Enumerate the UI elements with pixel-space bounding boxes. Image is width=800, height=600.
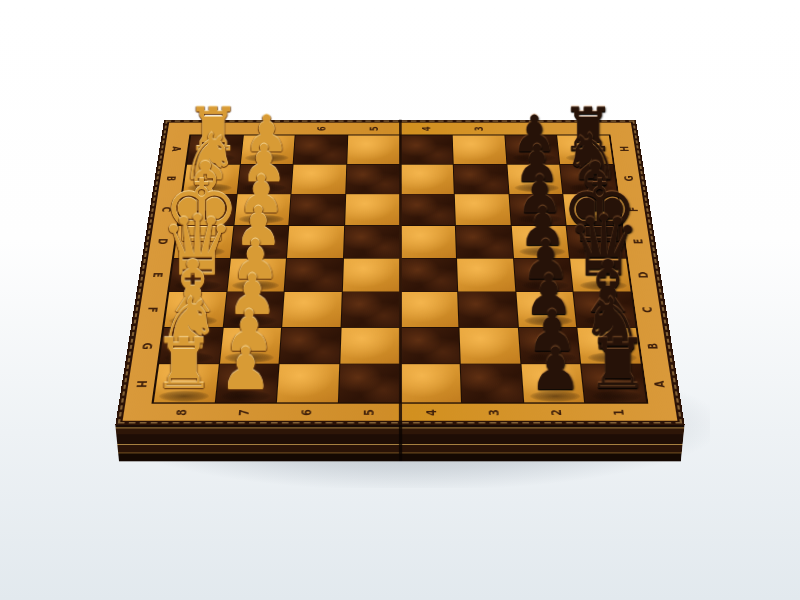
piece-contact-shadow: [514, 184, 559, 193]
square-e3[interactable]: [456, 226, 513, 258]
rank-label: 5: [360, 409, 377, 415]
rank-label: 1: [576, 126, 590, 130]
file-label: A: [650, 381, 667, 388]
rank-label: 5: [367, 126, 381, 130]
square-e4[interactable]: [400, 226, 456, 258]
piece-contact-shadow: [565, 154, 609, 162]
square-h6[interactable]: [294, 135, 347, 163]
rank-label: 7: [262, 126, 276, 130]
rank-label: 3: [485, 409, 502, 415]
file-label: G: [621, 176, 636, 182]
piece-contact-shadow: [516, 215, 562, 224]
rank-label: 4: [423, 409, 440, 415]
rank-label: 7: [235, 409, 252, 415]
square-h3[interactable]: [453, 135, 506, 163]
piece-contact-shadow: [512, 154, 556, 162]
rank-label: 2: [524, 126, 538, 130]
square-g3[interactable]: [454, 164, 508, 194]
rank-label: 8: [173, 409, 190, 415]
square-f4[interactable]: [400, 194, 455, 225]
square-f5[interactable]: [345, 194, 400, 225]
white-pawn-a7[interactable]: ♟: [219, 340, 272, 399]
square-h4[interactable]: [400, 135, 452, 163]
rank-label: 2: [548, 409, 565, 415]
board-side-edge: [115, 425, 684, 462]
square-f3[interactable]: [455, 194, 511, 225]
square-e5[interactable]: [344, 226, 400, 258]
square-g4[interactable]: [400, 164, 453, 194]
square-e6[interactable]: [287, 226, 344, 258]
white-rook-a8[interactable]: ♜: [152, 329, 214, 399]
black-rook-a1[interactable]: ♜: [586, 329, 648, 399]
rank-label: 3: [472, 126, 486, 130]
black-pawn-a2[interactable]: ♟: [529, 340, 582, 399]
square-f6[interactable]: [290, 194, 346, 225]
square-g6[interactable]: [292, 164, 346, 194]
piece-contact-shadow: [568, 184, 613, 193]
rank-label: 6: [298, 409, 315, 415]
rank-label: 4: [419, 126, 433, 130]
file-label: H: [616, 146, 631, 152]
file-label: B: [164, 176, 179, 181]
square-g5[interactable]: [346, 164, 399, 194]
file-label: A: [169, 146, 184, 151]
rank-label: 6: [314, 126, 328, 130]
board-plane: 87654321 87654321 ABCDEFGH HGFEDCBA ♜♟♟♜…: [115, 120, 684, 425]
square-h5[interactable]: [347, 135, 399, 163]
rank-label: 8: [209, 126, 223, 130]
board-scene: 87654321 87654321 ABCDEFGH HGFEDCBA ♜♟♟♜…: [0, 0, 800, 600]
rank-label: 1: [610, 409, 627, 415]
file-label: H: [133, 380, 150, 387]
photo-stage: 87654321 87654321 ABCDEFGH HGFEDCBA ♜♟♟♜…: [0, 0, 800, 600]
